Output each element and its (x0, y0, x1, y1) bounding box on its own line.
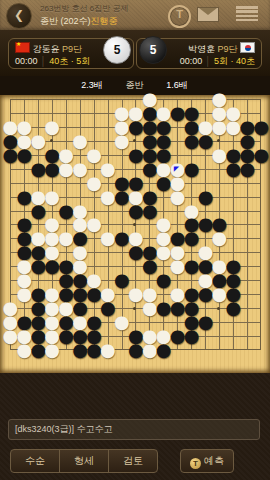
white-stone: ● (170, 190, 184, 204)
board-cell[interactable]: ● (128, 120, 142, 134)
black-stone: ● (226, 162, 240, 176)
board-cell[interactable] (100, 259, 114, 273)
board-cell[interactable]: ● (100, 162, 114, 176)
board-cell[interactable]: ● (198, 190, 212, 204)
board-cell[interactable]: ● (226, 301, 240, 315)
board-cell[interactable]: ● (16, 148, 30, 162)
board-cell[interactable]: ● (30, 204, 44, 218)
board-cell[interactable] (114, 329, 128, 343)
board-cell[interactable] (212, 343, 226, 357)
board-cell[interactable]: ● (198, 217, 212, 231)
board-cell[interactable] (253, 190, 267, 204)
white-stone: ● (128, 287, 142, 301)
board-cell[interactable] (239, 259, 253, 273)
board-cell[interactable]: ● (128, 287, 142, 301)
territory-label: 형세 (74, 455, 94, 466)
white-stone: ● (16, 343, 30, 357)
phase-info: 종반 (202수)진행중 (40, 15, 170, 27)
back-button[interactable]: ❮ (6, 3, 32, 29)
board-cell[interactable] (253, 231, 267, 245)
white-stone: ● (86, 176, 100, 190)
divider: │ (205, 56, 211, 66)
divider: │ (41, 56, 47, 66)
board-cell[interactable] (198, 162, 212, 176)
board-cell[interactable]: ● (30, 162, 44, 176)
board-cell[interactable]: ● (100, 343, 114, 357)
board-cell[interactable] (253, 245, 267, 259)
predict-button[interactable]: T예측 (180, 449, 234, 473)
board-cell[interactable] (184, 176, 198, 190)
board-cell[interactable] (114, 148, 128, 162)
black-stone: ● (44, 162, 58, 176)
board-cell[interactable] (72, 92, 86, 106)
white-periods-count: 5 (114, 43, 121, 57)
black-stone: ● (100, 301, 114, 315)
board-cell[interactable] (212, 301, 226, 315)
board-cell[interactable]: ● (58, 231, 72, 245)
board-cell[interactable] (212, 329, 226, 343)
black-stone: ● (184, 162, 198, 176)
black-stone: ● (58, 204, 72, 218)
coin-letter: T (176, 8, 183, 20)
black-stone: ● (16, 190, 30, 204)
board-cell[interactable]: ● (198, 287, 212, 301)
board-cell[interactable]: ● (30, 259, 44, 273)
board-cell[interactable] (72, 106, 86, 120)
board-cell[interactable] (86, 190, 100, 204)
black-stone: ● (58, 329, 72, 343)
board-cell[interactable] (86, 120, 100, 134)
board-cell[interactable] (58, 106, 72, 120)
black-stone: ● (114, 273, 128, 287)
white-stone: ● (58, 231, 72, 245)
black-stone: ● (128, 204, 142, 218)
board-cell[interactable]: ● (72, 134, 86, 148)
black-stone: ● (128, 120, 142, 134)
board-cell[interactable] (239, 315, 253, 329)
board-cell[interactable] (239, 245, 253, 259)
board-cell[interactable] (226, 217, 240, 231)
board-cell[interactable]: ● (128, 148, 142, 162)
board-cell[interactable]: ● (156, 343, 170, 357)
white-stone: ● (212, 231, 226, 245)
black-stone: ● (198, 217, 212, 231)
board-cell[interactable]: ● (184, 162, 198, 176)
white-stone: ● (72, 162, 86, 176)
board-cell[interactable] (253, 259, 267, 273)
board-cell[interactable]: ● (128, 245, 142, 259)
board-cell[interactable]: ● (128, 343, 142, 357)
board-cell[interactable]: ● (44, 162, 58, 176)
white-stone: ● (142, 343, 156, 357)
board-cell[interactable] (253, 176, 267, 190)
board-cell[interactable]: ● (253, 148, 267, 162)
black-periods-count: 5 (150, 43, 157, 57)
black-player-panel[interactable]: 박영훈 P9단 00:00│5회 · 40초 5 (136, 38, 262, 69)
black-stone: ● (44, 259, 58, 273)
board-cell[interactable] (72, 176, 86, 190)
board-cell[interactable] (3, 176, 17, 190)
black-stone: ● (226, 301, 240, 315)
board-cell[interactable]: ● (44, 343, 58, 357)
board-cell[interactable]: ● (212, 148, 226, 162)
board-cell[interactable]: ● (16, 190, 30, 204)
board-cell[interactable]: ● (86, 343, 100, 357)
korea-flag-icon (240, 42, 255, 53)
board-cell[interactable] (253, 315, 267, 329)
board-cell[interactable] (114, 287, 128, 301)
board-cell[interactable] (253, 301, 267, 315)
board-cell[interactable] (226, 176, 240, 190)
board-cell[interactable]: ● (58, 204, 72, 218)
board-cell[interactable]: ● (114, 134, 128, 148)
board-cell[interactable] (239, 92, 253, 106)
board-cell[interactable]: ● (198, 134, 212, 148)
white-odds-badge: 2.3배 (68, 79, 116, 92)
white-byoyomi: 40초 · 5회 (49, 56, 90, 66)
moves-label: 수순 (25, 455, 45, 466)
board-cell[interactable]: ● (226, 120, 240, 134)
toolbar: 수순 형세 검토 T예측 (0, 449, 270, 473)
board-cell[interactable] (100, 120, 114, 134)
stone-layer: ●●●●●●●●●●●●●●●●●●●●●●●●●●●●●●●●●●●●●●●●… (3, 92, 268, 357)
black-stone: ● (30, 343, 44, 357)
board-cell[interactable] (239, 343, 253, 357)
board-cell[interactable] (212, 315, 226, 329)
black-stone: ● (128, 245, 142, 259)
board-cell[interactable]: ● (114, 315, 128, 329)
board-cell[interactable]: ● (184, 259, 198, 273)
black-player-name: 박영훈 (188, 44, 215, 54)
board-cell[interactable]: ● (212, 287, 226, 301)
board-cell[interactable] (86, 231, 100, 245)
board-cell[interactable] (226, 343, 240, 357)
board-cell[interactable] (44, 92, 58, 106)
black-stone: ● (30, 259, 44, 273)
board-cell[interactable] (30, 92, 44, 106)
board-cell[interactable] (239, 190, 253, 204)
board-cell[interactable] (253, 204, 267, 218)
white-stone: ● (44, 190, 58, 204)
board-cell[interactable] (239, 301, 253, 315)
board-cell[interactable]: ● (30, 343, 44, 357)
board-cell[interactable] (198, 92, 212, 106)
white-stone: ● (44, 343, 58, 357)
board-cell[interactable] (226, 190, 240, 204)
black-stone: ● (142, 259, 156, 273)
board-cell[interactable] (253, 92, 267, 106)
board-cell[interactable] (100, 204, 114, 218)
board-cell[interactable] (253, 329, 267, 343)
board-cell[interactable]: ● (212, 231, 226, 245)
board-cell[interactable] (198, 148, 212, 162)
chat-bar[interactable]: [dks3240(3급)] 수고수고 (8, 419, 260, 440)
black-stone: ● (170, 301, 184, 315)
board-cell[interactable] (198, 329, 212, 343)
board-cell[interactable]: ● (184, 134, 198, 148)
board-cell[interactable] (114, 204, 128, 218)
white-stone: ● (114, 315, 128, 329)
board-cell[interactable]: ● (198, 315, 212, 329)
moves-button[interactable]: 수순 (10, 449, 60, 473)
black-player-rank: P9단 (217, 44, 237, 54)
white-stone: ● (212, 148, 226, 162)
board-cell[interactable] (253, 287, 267, 301)
app-screen: ❮ 263번방 호선 6집반 공제 종반 (202수)진행중 T 강동윤 P9단… (0, 0, 270, 480)
chat-message: [dks3240(3급)] 수고수고 (15, 424, 113, 434)
board-cell[interactable] (3, 273, 17, 287)
board-cell[interactable]: ● (142, 259, 156, 273)
coin-icon[interactable]: T (168, 5, 191, 28)
board-cell[interactable] (100, 106, 114, 120)
board-cell[interactable] (16, 162, 30, 176)
board-cell[interactable] (128, 259, 142, 273)
board-cell[interactable]: ● (58, 162, 72, 176)
black-stone: ● (184, 329, 198, 343)
board-cell[interactable] (16, 92, 30, 106)
board-cell[interactable]: ● (170, 190, 184, 204)
board-cell[interactable] (86, 245, 100, 259)
board-cell[interactable]: ● (184, 231, 198, 245)
board-cell[interactable] (212, 190, 226, 204)
black-stone: ● (86, 343, 100, 357)
board-cell[interactable]: ● (114, 231, 128, 245)
black-stone: ● (72, 343, 86, 357)
board-cell[interactable]: ● (44, 120, 58, 134)
board-cell[interactable] (170, 343, 184, 357)
board-cell[interactable]: ● (114, 273, 128, 287)
review-label: 검토 (123, 455, 143, 466)
board-cell[interactable] (30, 106, 44, 120)
white-stone: ● (44, 120, 58, 134)
white-stone: ● (58, 162, 72, 176)
black-stone: ● (198, 134, 212, 148)
board-cell[interactable] (239, 329, 253, 343)
black-stone: ● (128, 343, 142, 357)
white-periods-badge: 5 (103, 36, 131, 64)
board-cell[interactable] (3, 245, 17, 259)
black-stone: ● (114, 231, 128, 245)
black-periods-badge: 5 (139, 36, 167, 64)
bottom-panel: [dks3240(3급)] 수고수고 수순 형세 검토 T예측 (0, 373, 270, 480)
black-stone: ● (239, 162, 253, 176)
board-cell[interactable]: ● (72, 162, 86, 176)
black-stone: ● (198, 287, 212, 301)
black-stone: ● (253, 120, 267, 134)
board-cell[interactable] (184, 343, 198, 357)
board-cell[interactable] (226, 329, 240, 343)
board-cell[interactable]: ● (44, 190, 58, 204)
white-stone: ● (142, 301, 156, 315)
white-stone: ● (3, 329, 17, 343)
board-cell[interactable] (58, 176, 72, 190)
black-stone: ● (156, 301, 170, 315)
board-cell[interactable] (226, 231, 240, 245)
black-odds-badge: 1.6배 (153, 79, 201, 92)
board-cell[interactable] (58, 343, 72, 357)
board-cell[interactable] (239, 204, 253, 218)
white-stone: ● (86, 217, 100, 231)
board-cell[interactable] (3, 162, 17, 176)
board-cell[interactable] (3, 190, 17, 204)
board-cell[interactable]: ● (16, 287, 30, 301)
board-cell[interactable]: ● (142, 343, 156, 357)
board-cell[interactable]: ● (44, 259, 58, 273)
phase-text: 종반 (202수) (40, 16, 91, 26)
phase-status: 진행중 (91, 16, 118, 26)
white-stone: ● (72, 134, 86, 148)
black-byoyomi: 5회 · 40초 (214, 56, 255, 66)
board-cell[interactable]: ● (239, 162, 253, 176)
board-cell[interactable] (3, 259, 17, 273)
board-cell[interactable]: ● (30, 134, 44, 148)
board-cell[interactable]: ● (100, 231, 114, 245)
white-stone: ● (212, 120, 226, 134)
white-player-name: 강동윤 (33, 44, 60, 54)
header-bar: ❮ 263번방 호선 6집반 공제 종반 (202수)진행중 T (0, 0, 270, 30)
board-cell[interactable] (100, 315, 114, 329)
white-stone: ● (114, 134, 128, 148)
board-cell[interactable] (253, 343, 267, 357)
board-cell[interactable]: ● (212, 120, 226, 134)
board-cell[interactable] (239, 217, 253, 231)
board-cell[interactable]: ● (58, 329, 72, 343)
black-stone: ● (16, 148, 30, 162)
board-cell[interactable]: ● (3, 148, 17, 162)
review-button[interactable]: 검토 (108, 449, 158, 473)
board-cell[interactable] (100, 92, 114, 106)
black-stone: ● (3, 148, 17, 162)
board-cell[interactable] (253, 273, 267, 287)
board-cell[interactable] (226, 315, 240, 329)
white-stone: ● (226, 120, 240, 134)
board-cell[interactable] (253, 217, 267, 231)
board-cell[interactable] (100, 245, 114, 259)
board-cell[interactable]: ● (142, 301, 156, 315)
board-cell[interactable]: ● (86, 287, 100, 301)
black-stone: ● (86, 287, 100, 301)
territory-button[interactable]: 형세 (59, 449, 109, 473)
board-cell[interactable] (100, 134, 114, 148)
board-cell[interactable]: ● (253, 120, 267, 134)
board-cell[interactable] (239, 273, 253, 287)
board-cell[interactable] (86, 106, 100, 120)
board-cell[interactable]: ● (100, 301, 114, 315)
white-stone: ● (100, 343, 114, 357)
board-cell[interactable]: ● (86, 176, 100, 190)
board-cell[interactable]: ● (100, 190, 114, 204)
board-cell[interactable] (239, 176, 253, 190)
player-bar: 강동윤 P9단 00:00│40초 · 5회 5 박영훈 P9단 00:00│5… (0, 30, 270, 76)
board-cell[interactable] (58, 92, 72, 106)
last-move-marker: ◤ (174, 165, 179, 172)
board-cell[interactable] (239, 287, 253, 301)
menu-icon[interactable] (236, 6, 258, 24)
black-stone: ● (198, 190, 212, 204)
black-stone: ● (184, 259, 198, 273)
board-cell[interactable] (114, 245, 128, 259)
board-cell[interactable] (86, 92, 100, 106)
board-cell[interactable] (239, 231, 253, 245)
black-stone: ● (30, 204, 44, 218)
board-cell[interactable]: ● (184, 329, 198, 343)
room-title: 263번방 호선 6집반 공제 종반 (202수)진행중 (40, 3, 170, 27)
board-cell[interactable] (58, 120, 72, 134)
board-cell[interactable]: ● (142, 204, 156, 218)
black-stone: ● (198, 315, 212, 329)
board-cell[interactable] (3, 231, 17, 245)
black-stone: ● (156, 343, 170, 357)
black-stone: ● (30, 162, 44, 176)
black-stone: ● (253, 148, 267, 162)
go-board[interactable]: ●●●●●●●●●●●●●●●●●●●●●●●●●●●●●●●●●●●●●●●●… (0, 95, 270, 373)
white-player-panel[interactable]: 강동윤 P9단 00:00│40초 · 5회 5 (8, 38, 134, 69)
white-stone: ● (212, 287, 226, 301)
white-stone: ● (16, 287, 30, 301)
board-cell[interactable]: ● (3, 329, 17, 343)
white-stone: ● (100, 231, 114, 245)
back-icon: ❮ (14, 8, 24, 22)
white-stone: ● (100, 162, 114, 176)
board-cell[interactable]: ● (86, 217, 100, 231)
black-stone: ● (142, 204, 156, 218)
board-cell[interactable] (3, 343, 17, 357)
board-cell[interactable]: ● (86, 148, 100, 162)
board-cell[interactable]: ● (16, 343, 30, 357)
predict-coin-icon: T (190, 458, 201, 469)
board-cell[interactable] (114, 343, 128, 357)
white-stone: ● (100, 190, 114, 204)
china-flag-icon (15, 42, 30, 53)
board-cell[interactable]: ● (156, 301, 170, 315)
board-cell[interactable] (226, 204, 240, 218)
board-cell[interactable]: ● (114, 190, 128, 204)
white-player-rank: P9단 (62, 44, 82, 54)
board-cell[interactable] (253, 162, 267, 176)
room-info: 263번방 호선 6집반 공제 (40, 3, 170, 15)
board-cell[interactable]: ● (170, 301, 184, 315)
board-cell[interactable] (212, 162, 226, 176)
board-cell[interactable] (198, 343, 212, 357)
board-cell[interactable] (3, 92, 17, 106)
white-stone: ● (86, 148, 100, 162)
mail-icon[interactable] (197, 7, 219, 22)
black-time: 00:00 (180, 56, 203, 66)
board-cell[interactable]: ● (226, 162, 240, 176)
board-cell[interactable]: ● (128, 204, 142, 218)
black-stone: ● (184, 134, 198, 148)
board-cell[interactable] (212, 176, 226, 190)
board-cell[interactable] (128, 301, 142, 315)
board-cell[interactable] (3, 204, 17, 218)
black-stone: ● (128, 148, 142, 162)
black-stone: ● (114, 190, 128, 204)
white-stone: ● (30, 134, 44, 148)
board-cell[interactable]: ● (72, 343, 86, 357)
white-time: 00:00 (15, 56, 38, 66)
predict-label: 예측 (204, 455, 224, 466)
board-cell[interactable] (3, 217, 17, 231)
black-stone: ● (184, 231, 198, 245)
